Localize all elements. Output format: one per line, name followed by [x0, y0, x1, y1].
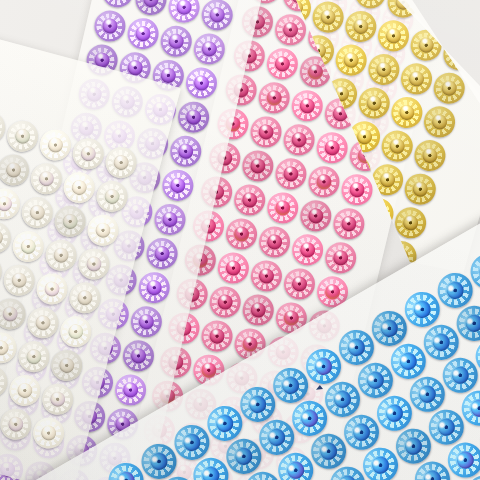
gem-purple	[198, 0, 235, 33]
gem-white	[33, 270, 71, 308]
gem-pink	[297, 197, 334, 234]
gem-white	[47, 346, 85, 384]
gem-purple	[143, 235, 180, 272]
gem-white	[36, 126, 74, 164]
gem-pink	[214, 249, 251, 286]
gem-pink	[305, 163, 342, 200]
gem-gold	[401, 170, 439, 208]
gem-pink	[247, 257, 284, 294]
gem-gold	[420, 103, 458, 141]
gem-white	[0, 185, 23, 223]
gem-pink	[206, 283, 243, 320]
gem-pink	[239, 291, 276, 328]
gem-gold	[341, 7, 379, 45]
gem-purple	[159, 167, 196, 204]
gem-white	[0, 261, 38, 299]
gem-gold	[439, 35, 477, 73]
gem-pink	[271, 11, 308, 48]
gem-purple	[182, 64, 219, 101]
gem-pink	[288, 87, 325, 124]
gem-gold	[391, 204, 429, 242]
gem-gold	[416, 0, 454, 31]
gem-pink	[255, 79, 292, 116]
gem-white	[65, 279, 103, 317]
gem-pink	[272, 155, 309, 192]
gem-pink	[322, 239, 359, 276]
gem-pink	[247, 113, 284, 150]
gem-white	[38, 380, 76, 418]
rhinestone-sticker-sheets-photo: Overhead photo of five strips of self-ad…	[0, 0, 480, 480]
gem-purple	[132, 0, 169, 18]
gem-white	[93, 177, 131, 215]
gem-pink	[288, 231, 325, 268]
gem-white	[60, 168, 98, 206]
gem-gold	[364, 50, 402, 88]
gem-white	[27, 160, 65, 198]
gem-white	[0, 405, 34, 443]
gem-purple	[151, 201, 188, 238]
gem-purple	[165, 0, 202, 26]
gem-pink	[280, 121, 317, 158]
gem-gold	[374, 17, 412, 55]
gem-white	[74, 245, 112, 283]
gem-pink	[264, 189, 301, 226]
gem-purple	[167, 133, 204, 170]
gem-gold	[383, 0, 421, 21]
gem-purple	[124, 15, 161, 52]
gem-pink	[280, 265, 317, 302]
gem-purple	[119, 337, 156, 374]
gem-white	[51, 202, 89, 240]
gem-pink	[231, 181, 268, 218]
gem-white	[14, 338, 52, 376]
gem-gold	[449, 2, 480, 40]
gem-white	[56, 313, 94, 351]
gem-gold	[407, 26, 445, 64]
gem-purple	[91, 7, 128, 44]
gem-pink	[330, 205, 367, 242]
gem-pink	[198, 317, 235, 354]
gem-pink	[338, 171, 375, 208]
gem-gold	[397, 60, 435, 98]
gem-pink	[239, 147, 276, 184]
gem-purple	[175, 98, 212, 135]
gem-white	[69, 135, 107, 173]
gem-white	[5, 371, 43, 409]
gem-gold	[410, 136, 448, 174]
gem-gold	[308, 0, 346, 36]
gem-white	[24, 304, 62, 342]
gem-white	[42, 236, 80, 274]
gem-pink	[255, 223, 292, 260]
gem-white	[84, 211, 122, 249]
gem-purple	[190, 30, 227, 67]
gem-white	[0, 295, 29, 333]
gem-gold	[332, 41, 370, 79]
gem-white	[9, 227, 47, 265]
gem-gold	[355, 84, 393, 122]
gem-pink	[222, 215, 259, 252]
gem-white	[0, 219, 14, 257]
gem-gold	[378, 127, 416, 165]
gem-white	[102, 143, 140, 181]
gem-pink	[313, 129, 350, 166]
gem-white	[0, 329, 20, 367]
gem-pink	[263, 45, 300, 82]
gem-white	[29, 414, 67, 452]
gem-white	[0, 151, 32, 189]
gem-purple	[135, 269, 172, 306]
gem-purple	[99, 0, 136, 10]
gem-purple	[112, 371, 149, 408]
gem-white	[3, 117, 41, 155]
gem-purple	[127, 303, 164, 340]
gem-gold	[387, 93, 425, 131]
gem-gold	[430, 69, 468, 107]
gem-purple	[157, 23, 194, 60]
gem-white	[18, 193, 56, 231]
